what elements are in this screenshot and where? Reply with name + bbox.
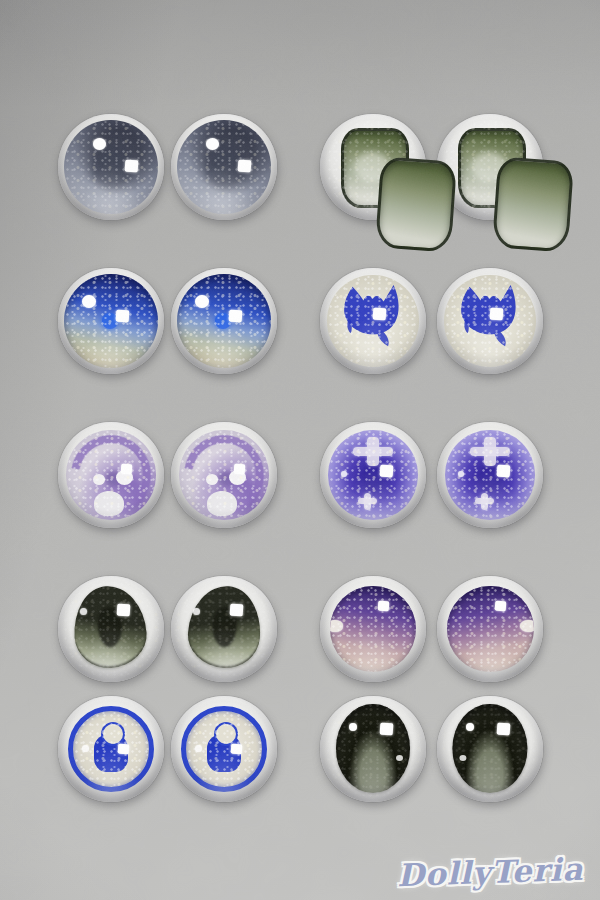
round-highlight	[466, 723, 474, 731]
square-highlight	[378, 601, 390, 612]
round-highlight	[349, 723, 357, 731]
doll-eye-row4-left-pair-b	[171, 576, 277, 682]
square-highlight	[118, 743, 130, 754]
iris-lavender-swirl	[66, 430, 155, 519]
round-highlight	[341, 471, 347, 477]
doll-eye-row4-right-pair-a	[320, 576, 426, 682]
eye-grid	[0, 0, 600, 900]
square-highlight	[117, 603, 131, 616]
doll-eye-row2-right-pair-a	[320, 268, 426, 374]
bottom-notch	[94, 491, 124, 516]
doll-eye-row2-left-pair-b	[171, 268, 277, 374]
iris-slate-round	[64, 120, 157, 213]
doll-eye-row4-right-pair-b	[437, 576, 543, 682]
round-highlight	[195, 295, 209, 308]
square-highlight	[124, 159, 138, 172]
round-highlight	[80, 608, 87, 615]
square-highlight	[120, 464, 132, 475]
square-highlight	[231, 743, 243, 754]
square-highlight	[233, 464, 245, 475]
doll-eye-tray-photo: DollyTeria	[0, 0, 600, 900]
doll-eye-row4-left-pair-a	[58, 576, 164, 682]
iris-blue-grad	[64, 274, 158, 368]
iris-blue-grad	[177, 274, 271, 368]
teardrop-iris	[71, 584, 149, 671]
cross-small-stem	[481, 493, 488, 510]
doll-eye-row2-left-pair-a	[58, 268, 164, 374]
cross-large-stem	[484, 437, 496, 466]
round-highlight	[193, 608, 200, 615]
cross-small-stem	[364, 493, 371, 510]
keyhole-circle	[103, 724, 123, 744]
oval-iris	[453, 704, 527, 793]
square-highlight	[490, 308, 504, 321]
square-highlight	[229, 310, 243, 323]
square-highlight	[497, 722, 511, 735]
round-highlight	[458, 471, 464, 477]
iris-slate-round	[177, 120, 270, 213]
doll-eye-row3-right-pair-b	[437, 422, 543, 528]
doll-eye-row1-right-pair-a	[320, 114, 426, 220]
iris-dark-oval	[442, 701, 537, 796]
iris-blue-bat	[327, 275, 418, 366]
doll-eye-row1-left-pair-b	[171, 114, 277, 220]
cross-large-stem	[367, 437, 379, 466]
oval-iris	[336, 704, 410, 793]
wing-motif	[327, 275, 418, 366]
square-highlight	[495, 601, 507, 612]
round-highlight	[82, 295, 96, 308]
doll-eye-row3-left-pair-a	[58, 422, 164, 528]
doll-eye-row5-right-pair-a	[320, 696, 426, 802]
iris-galaxy	[447, 586, 534, 673]
edge-blob	[330, 620, 344, 631]
keyhole-circle	[216, 724, 236, 744]
square-highlight	[380, 722, 394, 735]
wing-motif	[444, 275, 535, 366]
square-highlight	[237, 159, 251, 172]
bottom-notch	[207, 491, 237, 516]
iris-dark-oval	[325, 701, 420, 796]
teardrop-iris	[186, 584, 264, 671]
square-highlight	[380, 465, 394, 478]
watermark: DollyTeria	[397, 851, 585, 893]
square-highlight	[116, 310, 130, 323]
square-highlight	[492, 156, 574, 252]
square-highlight	[373, 308, 387, 321]
doll-eye-row5-left-pair-b	[171, 696, 277, 802]
square-highlight	[497, 465, 511, 478]
iris-dark-teardrop	[175, 580, 273, 678]
iris-dark-teardrop	[62, 580, 160, 678]
doll-eye-row5-left-pair-a	[58, 696, 164, 802]
side-glint	[396, 755, 403, 761]
iris-lavender-swirl	[179, 430, 268, 519]
square-highlight	[375, 156, 457, 252]
square-highlight	[230, 603, 244, 616]
doll-eye-row5-right-pair-b	[437, 696, 543, 802]
doll-eye-row1-left-pair-a	[58, 114, 164, 220]
doll-eye-row3-right-pair-a	[320, 422, 426, 528]
doll-eye-row2-right-pair-b	[437, 268, 543, 374]
doll-eye-row3-left-pair-b	[171, 422, 277, 528]
iris-blue-bat	[444, 275, 535, 366]
edge-blob	[520, 620, 534, 631]
